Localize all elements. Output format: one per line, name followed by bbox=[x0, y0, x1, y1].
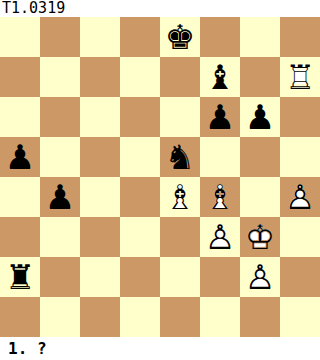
square-e3[interactable] bbox=[160, 217, 200, 257]
piece-white-bishop: ♝♗ bbox=[200, 177, 240, 217]
piece-white-king: ♚♔ bbox=[240, 217, 280, 257]
square-a8[interactable] bbox=[0, 17, 40, 57]
piece-black-pawn: ♟ bbox=[0, 137, 40, 177]
square-c3[interactable] bbox=[80, 217, 120, 257]
square-c6[interactable] bbox=[80, 97, 120, 137]
piece-black-rook: ♜ bbox=[0, 257, 40, 297]
square-b4[interactable]: ♟ bbox=[40, 177, 80, 217]
square-b7[interactable] bbox=[40, 57, 80, 97]
square-h7[interactable]: ♜♖ bbox=[280, 57, 320, 97]
square-c8[interactable] bbox=[80, 17, 120, 57]
square-g8[interactable] bbox=[240, 17, 280, 57]
square-d8[interactable] bbox=[120, 17, 160, 57]
square-a3[interactable] bbox=[0, 217, 40, 257]
piece-white-bishop: ♝♗ bbox=[160, 177, 200, 217]
piece-black-pawn: ♟ bbox=[200, 97, 240, 137]
piece-black-pawn: ♟ bbox=[240, 97, 280, 137]
square-b5[interactable] bbox=[40, 137, 80, 177]
square-g3[interactable]: ♚♔ bbox=[240, 217, 280, 257]
square-b6[interactable] bbox=[40, 97, 80, 137]
square-d2[interactable] bbox=[120, 257, 160, 297]
piece-black-bishop: ♝ bbox=[200, 57, 240, 97]
square-g5[interactable] bbox=[240, 137, 280, 177]
piece-white-rook: ♜♖ bbox=[280, 57, 320, 97]
square-e2[interactable] bbox=[160, 257, 200, 297]
square-h6[interactable] bbox=[280, 97, 320, 137]
square-g6[interactable]: ♟ bbox=[240, 97, 280, 137]
chess-board: ♚♝♜♖♟♟♟♞♟♝♗♝♗♟♙♟♙♚♔♜♟♙ bbox=[0, 17, 320, 337]
square-d1[interactable] bbox=[120, 297, 160, 337]
square-h8[interactable] bbox=[280, 17, 320, 57]
square-h2[interactable] bbox=[280, 257, 320, 297]
piece-white-pawn: ♟♙ bbox=[280, 177, 320, 217]
move-prompt: 1. ? bbox=[8, 338, 47, 360]
square-c2[interactable] bbox=[80, 257, 120, 297]
square-e8[interactable]: ♚ bbox=[160, 17, 200, 57]
square-d3[interactable] bbox=[120, 217, 160, 257]
square-f1[interactable] bbox=[200, 297, 240, 337]
square-d7[interactable] bbox=[120, 57, 160, 97]
piece-white-pawn: ♟♙ bbox=[200, 217, 240, 257]
square-d5[interactable] bbox=[120, 137, 160, 177]
square-g7[interactable] bbox=[240, 57, 280, 97]
square-f5[interactable] bbox=[200, 137, 240, 177]
square-c4[interactable] bbox=[80, 177, 120, 217]
square-a1[interactable] bbox=[0, 297, 40, 337]
square-b2[interactable] bbox=[40, 257, 80, 297]
square-a6[interactable] bbox=[0, 97, 40, 137]
square-g1[interactable] bbox=[240, 297, 280, 337]
square-b1[interactable] bbox=[40, 297, 80, 337]
square-f2[interactable] bbox=[200, 257, 240, 297]
puzzle-id-label: T1.0319 bbox=[2, 0, 65, 17]
square-h3[interactable] bbox=[280, 217, 320, 257]
piece-white-pawn: ♟♙ bbox=[240, 257, 280, 297]
square-a7[interactable] bbox=[0, 57, 40, 97]
square-c5[interactable] bbox=[80, 137, 120, 177]
square-h1[interactable] bbox=[280, 297, 320, 337]
square-f3[interactable]: ♟♙ bbox=[200, 217, 240, 257]
square-d4[interactable] bbox=[120, 177, 160, 217]
square-g4[interactable] bbox=[240, 177, 280, 217]
chess-puzzle-page: T1.0319 ♚♝♜♖♟♟♟♞♟♝♗♝♗♟♙♟♙♚♔♜♟♙ 1. ? bbox=[0, 0, 320, 360]
square-f4[interactable]: ♝♗ bbox=[200, 177, 240, 217]
square-d6[interactable] bbox=[120, 97, 160, 137]
square-f7[interactable]: ♝ bbox=[200, 57, 240, 97]
square-c1[interactable] bbox=[80, 297, 120, 337]
square-h4[interactable]: ♟♙ bbox=[280, 177, 320, 217]
square-a5[interactable]: ♟ bbox=[0, 137, 40, 177]
square-e1[interactable] bbox=[160, 297, 200, 337]
square-h5[interactable] bbox=[280, 137, 320, 177]
piece-black-king: ♚ bbox=[160, 17, 200, 57]
square-c7[interactable] bbox=[80, 57, 120, 97]
square-b3[interactable] bbox=[40, 217, 80, 257]
square-f6[interactable]: ♟ bbox=[200, 97, 240, 137]
square-b8[interactable] bbox=[40, 17, 80, 57]
square-e6[interactable] bbox=[160, 97, 200, 137]
square-f8[interactable] bbox=[200, 17, 240, 57]
square-a2[interactable]: ♜ bbox=[0, 257, 40, 297]
square-e7[interactable] bbox=[160, 57, 200, 97]
piece-black-knight: ♞ bbox=[160, 137, 200, 177]
square-e4[interactable]: ♝♗ bbox=[160, 177, 200, 217]
square-g2[interactable]: ♟♙ bbox=[240, 257, 280, 297]
piece-black-pawn: ♟ bbox=[40, 177, 80, 217]
square-a4[interactable] bbox=[0, 177, 40, 217]
square-e5[interactable]: ♞ bbox=[160, 137, 200, 177]
